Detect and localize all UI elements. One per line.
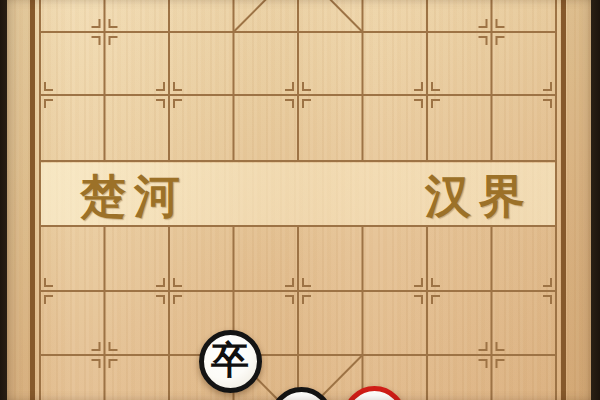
left-dark-band: [0, 0, 7, 400]
piece-glyph: 卒: [211, 341, 249, 379]
piece-black-soldier[interactable]: 卒: [199, 330, 262, 393]
board-grid-svg: [0, 0, 600, 400]
right-board-margin: [567, 0, 591, 400]
xiangqi-game-screen: 楚河 汉界 卒: [0, 0, 600, 400]
left-board-margin: [7, 0, 30, 400]
file-lines: [40, 0, 556, 400]
right-dark-band: [591, 0, 600, 400]
